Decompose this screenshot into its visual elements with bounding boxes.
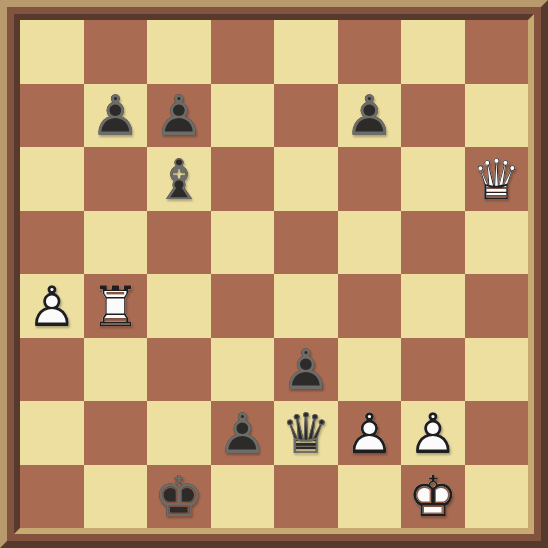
- square-d3[interactable]: [211, 338, 275, 402]
- square-f5[interactable]: [338, 211, 402, 275]
- square-g4[interactable]: [401, 274, 465, 338]
- black-pawn-c7[interactable]: ♟♙: [147, 84, 211, 148]
- square-a7[interactable]: [20, 84, 84, 148]
- board: ♟♙♟♙♟♙♝♗♛♕♟♙♜♖♟♙♟♙♛♕♟♙♟♙♚♔♚♔: [20, 20, 528, 528]
- white-pawn-g2[interactable]: ♟♙: [401, 401, 465, 465]
- square-g1[interactable]: ♚♔: [401, 465, 465, 529]
- white-king-g1[interactable]: ♚♔: [401, 465, 465, 529]
- square-d2[interactable]: ♟♙: [211, 401, 275, 465]
- square-a6[interactable]: [20, 147, 84, 211]
- square-g7[interactable]: [401, 84, 465, 148]
- square-e8[interactable]: [274, 20, 338, 84]
- square-d6[interactable]: [211, 147, 275, 211]
- square-a2[interactable]: [20, 401, 84, 465]
- square-f4[interactable]: [338, 274, 402, 338]
- square-g8[interactable]: [401, 20, 465, 84]
- square-h6[interactable]: ♛♕: [465, 147, 529, 211]
- square-a3[interactable]: [20, 338, 84, 402]
- square-d8[interactable]: [211, 20, 275, 84]
- square-e2[interactable]: ♛♕: [274, 401, 338, 465]
- board-bevel: ♟♙♟♙♟♙♝♗♛♕♟♙♜♖♟♙♟♙♛♕♟♙♟♙♚♔♚♔: [14, 14, 534, 534]
- black-king-c1[interactable]: ♚♔: [147, 465, 211, 529]
- square-h2[interactable]: [465, 401, 529, 465]
- black-bishop-c6[interactable]: ♝♗: [147, 147, 211, 211]
- square-h1[interactable]: [465, 465, 529, 529]
- black-pawn-f7[interactable]: ♟♙: [338, 84, 402, 148]
- square-h3[interactable]: [465, 338, 529, 402]
- board-frame: ♟♙♟♙♟♙♝♗♛♕♟♙♜♖♟♙♟♙♛♕♟♙♟♙♚♔♚♔: [0, 0, 548, 548]
- black-queen-e2[interactable]: ♛♕: [274, 401, 338, 465]
- square-e5[interactable]: [274, 211, 338, 275]
- square-e3[interactable]: ♟♙: [274, 338, 338, 402]
- square-a8[interactable]: [20, 20, 84, 84]
- pawn-glyph-outline: ♙: [217, 406, 267, 462]
- black-pawn-b7[interactable]: ♟♙: [84, 84, 148, 148]
- square-g2[interactable]: ♟♙: [401, 401, 465, 465]
- pawn-glyph-outline: ♙: [344, 88, 394, 144]
- square-f2[interactable]: ♟♙: [338, 401, 402, 465]
- square-c8[interactable]: [147, 20, 211, 84]
- square-g6[interactable]: [401, 147, 465, 211]
- square-h7[interactable]: [465, 84, 529, 148]
- queen-glyph-outline: ♕: [471, 152, 521, 208]
- square-f1[interactable]: [338, 465, 402, 529]
- square-c3[interactable]: [147, 338, 211, 402]
- square-c5[interactable]: [147, 211, 211, 275]
- square-c2[interactable]: [147, 401, 211, 465]
- black-pawn-d2[interactable]: ♟♙: [211, 401, 275, 465]
- pawn-glyph-outline: ♙: [27, 279, 77, 335]
- pawn-glyph-outline: ♙: [408, 406, 458, 462]
- pawn-glyph-outline: ♙: [281, 342, 331, 398]
- square-e1[interactable]: [274, 465, 338, 529]
- square-d4[interactable]: [211, 274, 275, 338]
- square-a1[interactable]: [20, 465, 84, 529]
- white-pawn-f2[interactable]: ♟♙: [338, 401, 402, 465]
- queen-glyph-outline: ♕: [281, 406, 331, 462]
- bishop-glyph-outline: ♗: [154, 152, 204, 208]
- square-b4[interactable]: ♜♖: [84, 274, 148, 338]
- square-f7[interactable]: ♟♙: [338, 84, 402, 148]
- square-b7[interactable]: ♟♙: [84, 84, 148, 148]
- square-b2[interactable]: [84, 401, 148, 465]
- pawn-glyph-outline: ♙: [90, 88, 140, 144]
- king-glyph-outline: ♔: [154, 469, 204, 525]
- king-glyph-outline: ♔: [408, 469, 458, 525]
- white-queen-h6[interactable]: ♛♕: [465, 147, 529, 211]
- square-h8[interactable]: [465, 20, 529, 84]
- square-d7[interactable]: [211, 84, 275, 148]
- pawn-glyph-outline: ♙: [344, 406, 394, 462]
- square-e6[interactable]: [274, 147, 338, 211]
- square-c1[interactable]: ♚♔: [147, 465, 211, 529]
- square-h4[interactable]: [465, 274, 529, 338]
- square-b6[interactable]: [84, 147, 148, 211]
- pawn-glyph-outline: ♙: [154, 88, 204, 144]
- square-d1[interactable]: [211, 465, 275, 529]
- square-f8[interactable]: [338, 20, 402, 84]
- white-rook-b4[interactable]: ♜♖: [84, 274, 148, 338]
- square-b5[interactable]: [84, 211, 148, 275]
- square-e7[interactable]: [274, 84, 338, 148]
- square-c4[interactable]: [147, 274, 211, 338]
- square-e4[interactable]: [274, 274, 338, 338]
- square-a4[interactable]: ♟♙: [20, 274, 84, 338]
- square-b3[interactable]: [84, 338, 148, 402]
- square-f6[interactable]: [338, 147, 402, 211]
- black-pawn-e3[interactable]: ♟♙: [274, 338, 338, 402]
- rook-glyph-outline: ♖: [90, 279, 140, 335]
- square-d5[interactable]: [211, 211, 275, 275]
- square-b1[interactable]: [84, 465, 148, 529]
- square-g3[interactable]: [401, 338, 465, 402]
- square-c7[interactable]: ♟♙: [147, 84, 211, 148]
- square-b8[interactable]: [84, 20, 148, 84]
- square-h5[interactable]: [465, 211, 529, 275]
- white-pawn-a4[interactable]: ♟♙: [20, 274, 84, 338]
- square-a5[interactable]: [20, 211, 84, 275]
- square-g5[interactable]: [401, 211, 465, 275]
- square-f3[interactable]: [338, 338, 402, 402]
- square-c6[interactable]: ♝♗: [147, 147, 211, 211]
